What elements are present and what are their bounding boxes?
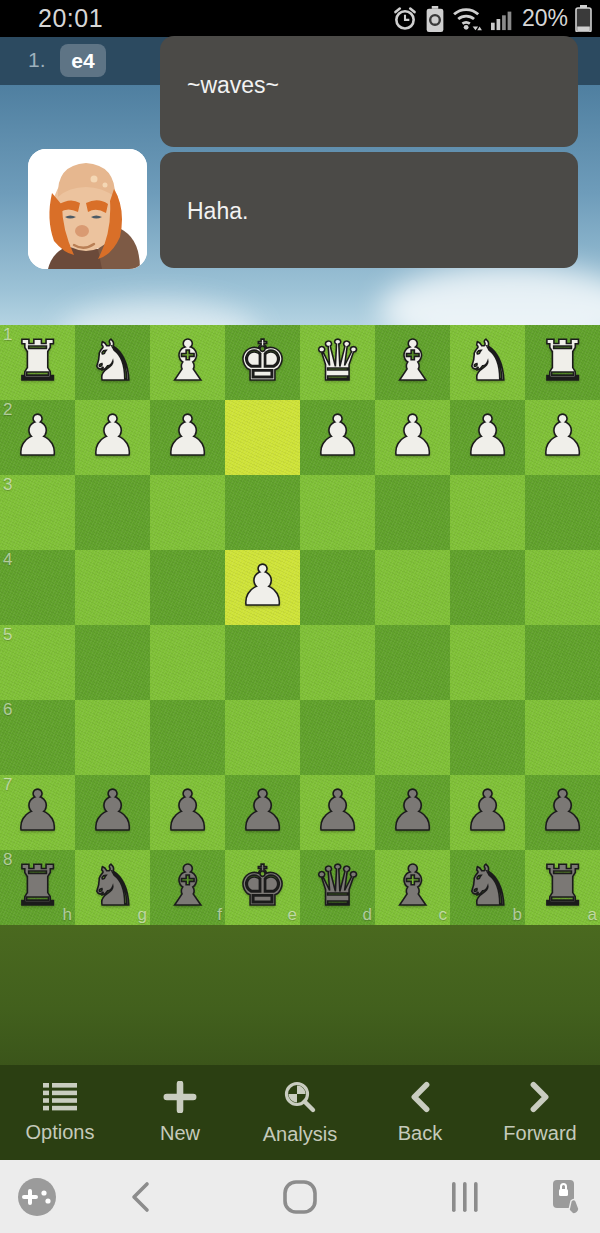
square-c4[interactable] (375, 550, 450, 625)
black-pawn-a7: ♟︎ (525, 775, 600, 850)
square-f4[interactable] (150, 550, 225, 625)
chevron-right-icon (529, 1081, 551, 1113)
white-bishop-c1: ♝ (375, 325, 450, 400)
white-queen-d1: ♛ (300, 325, 375, 400)
nav-back-button[interactable] (115, 1160, 165, 1233)
rank-label-5: 5 (3, 625, 12, 645)
black-bishop-f8: ♝ (150, 850, 225, 925)
square-b5[interactable] (450, 625, 525, 700)
square-f1[interactable]: ♝ (150, 325, 225, 400)
black-pawn-f7: ♟︎ (150, 775, 225, 850)
square-h4[interactable]: 4 (0, 550, 75, 625)
square-a6[interactable] (525, 700, 600, 775)
lawn-background (0, 925, 600, 1065)
square-h8[interactable]: ♜8h (0, 850, 75, 925)
black-pawn-g7: ♟︎ (75, 775, 150, 850)
square-d3[interactable] (300, 475, 375, 550)
status-bar: 20:01 (0, 0, 600, 37)
square-c5[interactable] (375, 625, 450, 700)
square-f2[interactable]: ♟︎ (150, 400, 225, 475)
chat-bubble: ~waves~ (160, 36, 578, 147)
black-pawn-b7: ♟︎ (450, 775, 525, 850)
square-e6[interactable] (225, 700, 300, 775)
back-icon (128, 1180, 152, 1214)
square-e2[interactable] (225, 400, 300, 475)
square-a3[interactable] (525, 475, 600, 550)
square-c6[interactable] (375, 700, 450, 775)
forward-button[interactable]: Forward (480, 1065, 600, 1160)
signal-icon (491, 6, 515, 32)
move-e4-badge[interactable]: e4 (60, 44, 106, 77)
alarm-icon (392, 6, 418, 32)
rank-label-8: 8 (3, 850, 12, 870)
black-pawn-c7: ♟︎ (375, 775, 450, 850)
white-pawn-f2: ♟︎ (150, 400, 225, 475)
rank-label-3: 3 (3, 475, 12, 495)
forward-label: Forward (503, 1122, 576, 1145)
file-label-g: g (138, 905, 147, 925)
square-g4[interactable] (75, 550, 150, 625)
square-h1[interactable]: ♜1 (0, 325, 75, 400)
square-b7[interactable]: ♟︎ (450, 775, 525, 850)
clock-time: 20:01 (38, 4, 103, 33)
chevron-left-icon (409, 1081, 431, 1113)
square-d7[interactable]: ♟︎ (300, 775, 375, 850)
square-d8[interactable]: ♛d (300, 850, 375, 925)
white-pawn-d2: ♟︎ (300, 400, 375, 475)
white-knight-g1: ♞ (75, 325, 150, 400)
avatar-illustration (28, 149, 147, 269)
nav-recents-button[interactable] (440, 1160, 490, 1233)
phone-screen: 20:01 (0, 0, 600, 1233)
game-launcher-button[interactable] (12, 1160, 62, 1233)
square-f3[interactable] (150, 475, 225, 550)
touch-lock-button[interactable] (540, 1160, 590, 1233)
options-label: Options (26, 1121, 95, 1144)
square-a4[interactable] (525, 550, 600, 625)
square-a2[interactable]: ♟︎ (525, 400, 600, 475)
battery-percent: 20% (522, 5, 568, 32)
square-b4[interactable] (450, 550, 525, 625)
square-h3[interactable]: 3 (0, 475, 75, 550)
square-c7[interactable]: ♟︎ (375, 775, 450, 850)
black-pawn-d7: ♟︎ (300, 775, 375, 850)
white-pawn-e4: ♟︎ (225, 550, 300, 625)
square-f7[interactable]: ♟︎ (150, 775, 225, 850)
battery-saver-icon (425, 6, 445, 32)
plus-icon (163, 1081, 197, 1113)
nav-home-button[interactable] (275, 1160, 325, 1233)
file-label-d: d (363, 905, 372, 925)
square-a7[interactable]: ♟︎ (525, 775, 600, 850)
square-g7[interactable]: ♟︎ (75, 775, 150, 850)
square-g1[interactable]: ♞ (75, 325, 150, 400)
rank-label-4: 4 (3, 550, 12, 570)
opponent-avatar (28, 149, 147, 269)
file-label-a: a (588, 905, 597, 925)
cloud (380, 265, 600, 325)
square-b1[interactable]: ♞ (450, 325, 525, 400)
square-f5[interactable] (150, 625, 225, 700)
white-pawn-a2: ♟︎ (525, 400, 600, 475)
square-e8[interactable]: ♚e (225, 850, 300, 925)
rank-label-2: 2 (3, 400, 12, 420)
wifi-icon (452, 6, 484, 32)
square-a1[interactable]: ♜ (525, 325, 600, 400)
chat-bubble: Haha. (160, 152, 578, 268)
rank-label-7: 7 (3, 775, 12, 795)
file-label-c: c (439, 905, 448, 925)
chess-board: ♜1♞♝♚♛♝♞♜♟︎2♟︎♟︎♟︎♟︎♟︎♟︎34♟︎56♟︎7♟︎♟︎♟︎♟… (0, 325, 600, 925)
square-d4[interactable] (300, 550, 375, 625)
square-b6[interactable] (450, 700, 525, 775)
analysis-magnifier-icon (283, 1080, 317, 1114)
white-rook-a1: ♜ (525, 325, 600, 400)
square-d2[interactable]: ♟︎ (300, 400, 375, 475)
square-d5[interactable] (300, 625, 375, 700)
square-c1[interactable]: ♝ (375, 325, 450, 400)
file-label-f: f (217, 905, 222, 925)
square-d6[interactable] (300, 700, 375, 775)
white-pawn-c2: ♟︎ (375, 400, 450, 475)
square-e1[interactable]: ♚ (225, 325, 300, 400)
game-launcher-icon (16, 1176, 58, 1218)
move-number: 1. (28, 48, 46, 72)
game-toolbar: Options New Analysis Back (0, 1065, 600, 1160)
new-game-button[interactable]: New (120, 1065, 240, 1160)
square-e4[interactable]: ♟︎ (225, 550, 300, 625)
file-label-e: e (288, 905, 297, 925)
rank-label-1: 1 (3, 325, 12, 345)
square-c8[interactable]: ♝c (375, 850, 450, 925)
recents-icon (450, 1180, 480, 1214)
analysis-label: Analysis (263, 1123, 337, 1146)
white-pawn-g2: ♟︎ (75, 400, 150, 475)
square-b2[interactable]: ♟︎ (450, 400, 525, 475)
touch-lock-icon (547, 1177, 583, 1217)
white-king-e1: ♚ (225, 325, 300, 400)
white-knight-b1: ♞ (450, 325, 525, 400)
square-h5[interactable]: 5 (0, 625, 75, 700)
square-e3[interactable] (225, 475, 300, 550)
square-e7[interactable]: ♟︎ (225, 775, 300, 850)
square-b8[interactable]: ♞b (450, 850, 525, 925)
options-button[interactable]: Options (0, 1065, 120, 1160)
square-f8[interactable]: ♝f (150, 850, 225, 925)
file-label-b: b (513, 905, 522, 925)
battery-icon (575, 5, 592, 32)
square-g2[interactable]: ♟︎ (75, 400, 150, 475)
options-list-icon (43, 1082, 77, 1112)
file-label-h: h (63, 905, 72, 925)
back-button[interactable]: Back (360, 1065, 480, 1160)
new-label: New (160, 1122, 200, 1145)
square-d1[interactable]: ♛ (300, 325, 375, 400)
square-e5[interactable] (225, 625, 300, 700)
chat-message: ~waves~ (187, 72, 279, 99)
square-g3[interactable] (75, 475, 150, 550)
square-c3[interactable] (375, 475, 450, 550)
rank-label-6: 6 (3, 700, 12, 720)
square-f6[interactable] (150, 700, 225, 775)
white-bishop-f1: ♝ (150, 325, 225, 400)
square-g5[interactable] (75, 625, 150, 700)
square-g8[interactable]: ♞g (75, 850, 150, 925)
square-h6[interactable]: 6 (0, 700, 75, 775)
home-icon (282, 1179, 318, 1215)
square-c2[interactable]: ♟︎ (375, 400, 450, 475)
cloud (60, 300, 260, 325)
black-pawn-e7: ♟︎ (225, 775, 300, 850)
chat-message: Haha. (187, 198, 248, 225)
back-label: Back (398, 1122, 442, 1145)
white-pawn-b2: ♟︎ (450, 400, 525, 475)
analysis-button[interactable]: Analysis (240, 1065, 360, 1160)
android-nav-bar (0, 1160, 600, 1233)
square-a5[interactable] (525, 625, 600, 700)
square-h2[interactable]: ♟︎2 (0, 400, 75, 475)
square-h7[interactable]: ♟︎7 (0, 775, 75, 850)
square-a8[interactable]: ♜a (525, 850, 600, 925)
square-b3[interactable] (450, 475, 525, 550)
square-g6[interactable] (75, 700, 150, 775)
